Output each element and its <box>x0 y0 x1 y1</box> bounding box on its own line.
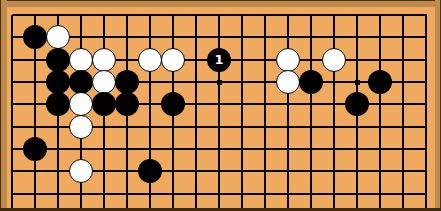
board-intersection[interactable] <box>93 115 116 137</box>
board-intersection[interactable] <box>346 182 369 204</box>
board-intersection[interactable] <box>254 26 277 48</box>
board-intersection[interactable] <box>323 160 346 182</box>
black-stone <box>115 92 139 116</box>
board-intersection[interactable] <box>208 138 231 160</box>
board-intersection[interactable] <box>116 49 139 71</box>
board-intersection[interactable] <box>392 4 415 26</box>
board-intersection[interactable] <box>47 4 70 26</box>
board-intersection[interactable] <box>254 4 277 26</box>
board-intersection[interactable] <box>369 138 392 160</box>
move-number-label: 1 <box>214 53 223 66</box>
board-intersection[interactable] <box>369 160 392 182</box>
board-intersection[interactable] <box>277 26 300 48</box>
board-intersection[interactable] <box>116 71 139 93</box>
board-intersection[interactable] <box>139 115 162 137</box>
board-intersection[interactable] <box>162 160 185 182</box>
board-intersection[interactable] <box>346 115 369 137</box>
board-intersection[interactable] <box>392 138 415 160</box>
board-intersection[interactable] <box>300 138 323 160</box>
board-intersection[interactable] <box>185 71 208 93</box>
board-intersection[interactable] <box>300 71 323 93</box>
board-frame-top <box>0 0 441 7</box>
board-intersection[interactable] <box>277 93 300 115</box>
board-intersection[interactable] <box>208 93 231 115</box>
black-stone <box>46 48 70 72</box>
board-intersection[interactable] <box>346 160 369 182</box>
board-intersection[interactable] <box>208 115 231 137</box>
black-stone <box>368 70 392 94</box>
board-intersection[interactable] <box>208 160 231 182</box>
board-intersection[interactable] <box>254 160 277 182</box>
board-intersection[interactable] <box>162 93 185 115</box>
board-intersection[interactable] <box>47 182 70 204</box>
black-stone <box>69 70 93 94</box>
board-intersection[interactable] <box>392 160 415 182</box>
board-intersection[interactable] <box>346 71 369 93</box>
board-intersection[interactable] <box>185 49 208 71</box>
board-intersection[interactable] <box>70 49 93 71</box>
board-intersection[interactable] <box>70 115 93 137</box>
board-intersection[interactable] <box>231 93 254 115</box>
board-intersection[interactable] <box>300 160 323 182</box>
board-intersection[interactable] <box>116 138 139 160</box>
board-intersection[interactable] <box>162 26 185 48</box>
board-intersection[interactable] <box>93 49 116 71</box>
board-intersection[interactable] <box>300 182 323 204</box>
board-intersection[interactable] <box>185 160 208 182</box>
board-intersection[interactable] <box>24 93 47 115</box>
board-intersection[interactable] <box>116 115 139 137</box>
board-intersection[interactable] <box>231 49 254 71</box>
board-intersection[interactable] <box>254 93 277 115</box>
white-stone <box>161 48 185 72</box>
board-intersection[interactable] <box>323 71 346 93</box>
black-stone <box>299 70 323 94</box>
board-intersection[interactable] <box>162 182 185 204</box>
board-intersection[interactable] <box>70 138 93 160</box>
board-intersection[interactable] <box>47 138 70 160</box>
board-intersection[interactable] <box>24 138 47 160</box>
board-intersection[interactable] <box>231 115 254 137</box>
white-stone <box>69 115 93 139</box>
board-intersection[interactable] <box>139 49 162 71</box>
board-intersection[interactable] <box>162 115 185 137</box>
board-intersection[interactable] <box>392 71 415 93</box>
board-intersection[interactable] <box>369 71 392 93</box>
black-stone <box>46 92 70 116</box>
board-intersection[interactable] <box>116 4 139 26</box>
board-intersection[interactable] <box>139 160 162 182</box>
white-stone <box>46 25 70 49</box>
marked-stone-1: 1 <box>207 48 231 72</box>
board-intersection[interactable] <box>346 93 369 115</box>
board-intersection[interactable] <box>392 49 415 71</box>
board-intersection[interactable] <box>24 160 47 182</box>
board-intersection[interactable] <box>47 160 70 182</box>
board-intersection[interactable] <box>277 49 300 71</box>
board-intersection[interactable] <box>277 160 300 182</box>
board-intersection[interactable] <box>162 138 185 160</box>
board-intersection[interactable] <box>47 115 70 137</box>
board-intersection[interactable] <box>323 26 346 48</box>
board-intersection[interactable] <box>254 138 277 160</box>
board-intersection[interactable] <box>323 4 346 26</box>
board-intersection[interactable] <box>139 93 162 115</box>
board-intersection[interactable] <box>70 4 93 26</box>
board-intersection[interactable] <box>24 49 47 71</box>
board-intersection[interactable] <box>231 71 254 93</box>
board-intersection[interactable]: 1 <box>208 49 231 71</box>
board-intersection[interactable] <box>93 71 116 93</box>
board-intersection[interactable] <box>369 4 392 26</box>
board-intersection[interactable] <box>300 26 323 48</box>
black-stone <box>161 92 185 116</box>
star-point <box>217 80 222 85</box>
board-intersection[interactable] <box>185 4 208 26</box>
board-intersection[interactable] <box>24 4 47 26</box>
black-stone <box>345 92 369 116</box>
board-intersection[interactable] <box>231 182 254 204</box>
black-stone <box>92 92 116 116</box>
board-intersection[interactable] <box>47 49 70 71</box>
board-intersection[interactable] <box>185 93 208 115</box>
board-intersection[interactable] <box>208 4 231 26</box>
board-intersection[interactable] <box>300 93 323 115</box>
board-intersection[interactable] <box>346 26 369 48</box>
board-intersection[interactable] <box>70 160 93 182</box>
board-intersection[interactable] <box>24 115 47 137</box>
board-intersection[interactable] <box>323 115 346 137</box>
board-intersection[interactable] <box>185 138 208 160</box>
board-intersection[interactable] <box>254 71 277 93</box>
star-point <box>355 80 360 85</box>
board-intersection[interactable] <box>93 182 116 204</box>
board-intersection[interactable] <box>277 4 300 26</box>
board-intersection[interactable] <box>93 4 116 26</box>
board-intersection[interactable] <box>24 182 47 204</box>
board-intersection[interactable] <box>392 182 415 204</box>
board-intersection[interactable] <box>254 49 277 71</box>
board-intersection[interactable] <box>277 138 300 160</box>
board-intersection[interactable] <box>231 4 254 26</box>
board-intersection[interactable] <box>346 4 369 26</box>
board-intersection[interactable] <box>139 4 162 26</box>
board-intersection[interactable] <box>70 93 93 115</box>
white-stone <box>69 48 93 72</box>
black-stone <box>23 25 47 49</box>
white-stone <box>138 48 162 72</box>
board-intersection[interactable] <box>369 49 392 71</box>
board-intersection[interactable] <box>323 182 346 204</box>
board-intersection[interactable] <box>24 26 47 48</box>
board-intersection[interactable] <box>346 138 369 160</box>
board-intersection[interactable] <box>277 182 300 204</box>
board-intersection[interactable] <box>70 26 93 48</box>
board-intersection[interactable] <box>208 71 231 93</box>
board-intersection[interactable] <box>277 71 300 93</box>
board-intersection[interactable] <box>139 138 162 160</box>
board-intersection[interactable] <box>47 26 70 48</box>
board-intersection[interactable] <box>70 182 93 204</box>
board-intersection[interactable] <box>162 49 185 71</box>
board-intersection[interactable] <box>300 49 323 71</box>
board-intersection[interactable] <box>93 138 116 160</box>
board-intersection[interactable] <box>116 160 139 182</box>
board-intersection[interactable] <box>369 26 392 48</box>
black-stone <box>115 70 139 94</box>
board-intersection[interactable] <box>116 182 139 204</box>
board-intersection[interactable] <box>254 115 277 137</box>
board-frame-bottom <box>0 208 441 211</box>
board-intersection[interactable] <box>208 26 231 48</box>
white-stone <box>92 70 116 94</box>
board-intersection[interactable] <box>93 93 116 115</box>
board-intersection[interactable] <box>231 138 254 160</box>
board-intersection[interactable] <box>24 71 47 93</box>
board-intersection[interactable] <box>162 71 185 93</box>
white-stone <box>92 48 116 72</box>
board-intersection[interactable] <box>392 115 415 137</box>
go-board-grid: 1 <box>1 4 438 211</box>
board-intersection[interactable] <box>185 115 208 137</box>
white-stone <box>69 92 93 116</box>
board-intersection[interactable] <box>208 182 231 204</box>
board-intersection[interactable] <box>300 4 323 26</box>
board-intersection[interactable] <box>139 71 162 93</box>
board-intersection[interactable] <box>93 160 116 182</box>
white-stone <box>69 159 93 183</box>
board-intersection[interactable] <box>369 115 392 137</box>
board-intersection[interactable] <box>185 26 208 48</box>
board-intersection[interactable] <box>369 182 392 204</box>
board-frame-left <box>0 0 7 211</box>
board-intersection[interactable] <box>139 182 162 204</box>
go-board: 1 <box>0 0 441 211</box>
board-intersection[interactable] <box>277 115 300 137</box>
board-intersection[interactable] <box>323 49 346 71</box>
black-stone <box>23 137 47 161</box>
board-intersection[interactable] <box>185 182 208 204</box>
board-intersection[interactable] <box>116 26 139 48</box>
white-stone <box>276 70 300 94</box>
board-intersection[interactable] <box>392 93 415 115</box>
board-intersection[interactable] <box>93 26 116 48</box>
board-intersection[interactable] <box>323 93 346 115</box>
black-stone <box>138 159 162 183</box>
board-intersection[interactable] <box>116 93 139 115</box>
board-intersection[interactable] <box>47 71 70 93</box>
black-stone <box>46 70 70 94</box>
board-intersection[interactable] <box>300 115 323 137</box>
board-intersection[interactable] <box>346 49 369 71</box>
board-intersection[interactable] <box>47 93 70 115</box>
board-intersection[interactable] <box>162 4 185 26</box>
board-intersection[interactable] <box>323 138 346 160</box>
board-intersection[interactable] <box>392 26 415 48</box>
board-intersection[interactable] <box>254 182 277 204</box>
board-frame-right <box>435 0 441 211</box>
board-intersection[interactable] <box>231 26 254 48</box>
board-intersection[interactable] <box>139 26 162 48</box>
board-intersection[interactable] <box>70 71 93 93</box>
board-intersection[interactable] <box>231 160 254 182</box>
white-stone <box>322 48 346 72</box>
white-stone <box>276 48 300 72</box>
board-intersection[interactable] <box>369 93 392 115</box>
